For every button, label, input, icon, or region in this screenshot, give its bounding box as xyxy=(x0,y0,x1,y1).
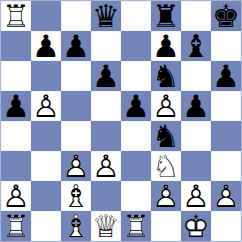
square-e4[interactable] xyxy=(121,121,151,151)
square-c5[interactable] xyxy=(61,91,91,121)
white-rook-outline-glyph: ♖ xyxy=(2,1,30,32)
square-c1[interactable]: ♝♗ xyxy=(61,211,91,241)
white-pawn[interactable]: ♟♙ xyxy=(31,91,61,121)
white-pawn-fill-glyph: ♟ xyxy=(152,181,180,212)
black-pawn[interactable]: ♟ xyxy=(91,61,121,91)
white-pawn-outline-glyph: ♙ xyxy=(152,181,180,212)
square-e3[interactable] xyxy=(121,151,151,181)
square-f1[interactable] xyxy=(151,211,181,241)
square-b7[interactable]: ♟ xyxy=(31,31,61,61)
square-b6[interactable] xyxy=(31,61,61,91)
white-pawn[interactable]: ♟♙ xyxy=(61,151,91,181)
square-a7[interactable] xyxy=(1,31,31,61)
white-queen[interactable]: ♛♕ xyxy=(91,211,121,241)
square-e5[interactable]: ♟ xyxy=(121,91,151,121)
white-knight-fill-glyph: ♞ xyxy=(152,151,180,182)
square-c4[interactable] xyxy=(61,121,91,151)
white-bishop-fill-glyph: ♝ xyxy=(62,211,90,242)
square-h3[interactable] xyxy=(211,151,241,181)
black-pawn-glyph: ♟ xyxy=(182,91,210,122)
white-bishop-outline-glyph: ♗ xyxy=(62,211,90,242)
square-g1[interactable]: ♚♔ xyxy=(181,211,211,241)
square-e8[interactable] xyxy=(121,1,151,31)
white-bishop[interactable]: ♝♗ xyxy=(61,181,91,211)
white-pawn-outline-glyph: ♙ xyxy=(152,91,180,122)
black-pawn[interactable]: ♟ xyxy=(1,91,31,121)
black-knight-glyph: ♞ xyxy=(152,121,180,152)
white-pawn[interactable]: ♟♙ xyxy=(151,181,181,211)
square-f8[interactable]: ♜ xyxy=(151,1,181,31)
black-knight[interactable]: ♞ xyxy=(151,61,181,91)
white-pawn-fill-glyph: ♟ xyxy=(152,91,180,122)
square-f3[interactable]: ♞♘ xyxy=(151,151,181,181)
white-rook[interactable]: ♜♖ xyxy=(1,1,31,31)
square-b1[interactable] xyxy=(31,211,61,241)
square-h8[interactable]: ♚ xyxy=(211,1,241,31)
square-b4[interactable] xyxy=(31,121,61,151)
square-g6[interactable] xyxy=(181,61,211,91)
white-king[interactable]: ♚♔ xyxy=(181,211,211,241)
black-pawn-glyph: ♟ xyxy=(32,31,60,62)
white-pawn-fill-glyph: ♟ xyxy=(212,181,240,212)
black-pawn-glyph: ♟ xyxy=(2,91,30,122)
white-pawn[interactable]: ♟♙ xyxy=(91,151,121,181)
square-d4[interactable] xyxy=(91,121,121,151)
square-e6[interactable] xyxy=(121,61,151,91)
white-knight-outline-glyph: ♘ xyxy=(152,151,180,182)
square-f7[interactable]: ♟ xyxy=(151,31,181,61)
white-pawn-outline-glyph: ♙ xyxy=(32,91,60,122)
square-g5[interactable]: ♟ xyxy=(181,91,211,121)
square-f2[interactable]: ♟♙ xyxy=(151,181,181,211)
square-d3[interactable]: ♟♙ xyxy=(91,151,121,181)
black-knight-glyph: ♞ xyxy=(152,61,180,92)
white-king-fill-glyph: ♚ xyxy=(182,211,210,242)
black-rook-glyph: ♜ xyxy=(152,1,180,32)
white-pawn-fill-glyph: ♟ xyxy=(62,151,90,182)
white-rook[interactable]: ♜♖ xyxy=(1,211,31,241)
black-pawn-glyph: ♟ xyxy=(122,91,150,122)
square-d8[interactable]: ♛ xyxy=(91,1,121,31)
square-d1[interactable]: ♛♕ xyxy=(91,211,121,241)
white-pawn[interactable]: ♟♙ xyxy=(181,181,211,211)
square-a6[interactable] xyxy=(1,61,31,91)
square-g3[interactable] xyxy=(181,151,211,181)
white-pawn-fill-glyph: ♟ xyxy=(182,181,210,212)
square-a2[interactable]: ♟♙ xyxy=(1,181,31,211)
square-c7[interactable]: ♟ xyxy=(61,31,91,61)
white-pawn-outline-glyph: ♙ xyxy=(2,181,30,212)
white-rook-outline-glyph: ♖ xyxy=(2,211,30,242)
square-g7[interactable]: ♝ xyxy=(181,31,211,61)
white-pawn[interactable]: ♟♙ xyxy=(1,181,31,211)
square-h4[interactable] xyxy=(211,121,241,151)
black-queen[interactable]: ♛ xyxy=(91,1,121,31)
black-king[interactable]: ♚ xyxy=(211,1,241,31)
black-pawn[interactable]: ♟ xyxy=(181,91,211,121)
white-bishop[interactable]: ♝♗ xyxy=(61,211,91,241)
square-c3[interactable]: ♟♙ xyxy=(61,151,91,181)
square-h7[interactable] xyxy=(211,31,241,61)
black-knight[interactable]: ♞ xyxy=(151,121,181,151)
square-c8[interactable] xyxy=(61,1,91,31)
square-b3[interactable] xyxy=(31,151,61,181)
square-e1[interactable]: ♜♖ xyxy=(121,211,151,241)
square-a5[interactable]: ♟ xyxy=(1,91,31,121)
black-bishop-glyph: ♝ xyxy=(182,31,210,62)
black-king-glyph: ♚ xyxy=(212,1,240,32)
square-g4[interactable] xyxy=(181,121,211,151)
square-f6[interactable]: ♞ xyxy=(151,61,181,91)
square-h2[interactable]: ♟♙ xyxy=(211,181,241,211)
square-h5[interactable] xyxy=(211,91,241,121)
square-e2[interactable] xyxy=(121,181,151,211)
white-rook-fill-glyph: ♜ xyxy=(2,211,30,242)
black-rook[interactable]: ♜ xyxy=(151,1,181,31)
square-a1[interactable]: ♜♖ xyxy=(1,211,31,241)
white-pawn-fill-glyph: ♟ xyxy=(32,91,60,122)
square-e7[interactable] xyxy=(121,31,151,61)
square-d2[interactable] xyxy=(91,181,121,211)
black-pawn[interactable]: ♟ xyxy=(121,91,151,121)
square-b2[interactable] xyxy=(31,181,61,211)
black-pawn[interactable]: ♟ xyxy=(211,61,241,91)
square-d6[interactable]: ♟ xyxy=(91,61,121,91)
square-h1[interactable] xyxy=(211,211,241,241)
white-pawn-outline-glyph: ♙ xyxy=(62,151,90,182)
square-b5[interactable]: ♟♙ xyxy=(31,91,61,121)
white-queen-fill-glyph: ♛ xyxy=(92,211,120,242)
white-knight[interactable]: ♞♘ xyxy=(151,151,181,181)
white-pawn-outline-glyph: ♙ xyxy=(92,151,120,182)
white-pawn-outline-glyph: ♙ xyxy=(182,181,210,212)
white-rook-fill-glyph: ♜ xyxy=(2,1,30,32)
white-rook-fill-glyph: ♜ xyxy=(122,211,150,242)
square-g2[interactable]: ♟♙ xyxy=(181,181,211,211)
square-c2[interactable]: ♝♗ xyxy=(61,181,91,211)
white-queen-outline-glyph: ♕ xyxy=(92,211,120,242)
black-pawn-glyph: ♟ xyxy=(152,31,180,62)
white-rook-outline-glyph: ♖ xyxy=(122,211,150,242)
black-pawn[interactable]: ♟ xyxy=(31,31,61,61)
white-king-outline-glyph: ♔ xyxy=(182,211,210,242)
square-h6[interactable]: ♟ xyxy=(211,61,241,91)
square-f5[interactable]: ♟♙ xyxy=(151,91,181,121)
square-a3[interactable] xyxy=(1,151,31,181)
black-pawn-glyph: ♟ xyxy=(212,61,240,92)
white-pawn[interactable]: ♟♙ xyxy=(151,91,181,121)
white-rook[interactable]: ♜♖ xyxy=(121,211,151,241)
black-queen-glyph: ♛ xyxy=(92,1,120,32)
square-c6[interactable] xyxy=(61,61,91,91)
square-f4[interactable]: ♞ xyxy=(151,121,181,151)
chess-board: ♜♖♛♜♚♟♟♟♝♟♞♟♟♟♙♟♟♙♟♞♟♙♟♙♞♘♟♙♝♗♟♙♟♙♟♙♜♖♝♗… xyxy=(0,0,242,242)
square-g8[interactable] xyxy=(181,1,211,31)
white-bishop-fill-glyph: ♝ xyxy=(62,181,90,212)
square-b8[interactable] xyxy=(31,1,61,31)
square-a4[interactable] xyxy=(1,121,31,151)
white-pawn-outline-glyph: ♙ xyxy=(212,181,240,212)
white-bishop-outline-glyph: ♗ xyxy=(62,181,90,212)
square-d7[interactable] xyxy=(91,31,121,61)
white-pawn-fill-glyph: ♟ xyxy=(2,181,30,212)
square-a8[interactable]: ♜♖ xyxy=(1,1,31,31)
white-pawn-fill-glyph: ♟ xyxy=(92,151,120,182)
white-pawn[interactable]: ♟♙ xyxy=(211,181,241,211)
black-bishop[interactable]: ♝ xyxy=(181,31,211,61)
black-pawn[interactable]: ♟ xyxy=(151,31,181,61)
black-pawn-glyph: ♟ xyxy=(92,61,120,92)
square-d5[interactable] xyxy=(91,91,121,121)
black-pawn[interactable]: ♟ xyxy=(61,31,91,61)
black-pawn-glyph: ♟ xyxy=(62,31,90,62)
